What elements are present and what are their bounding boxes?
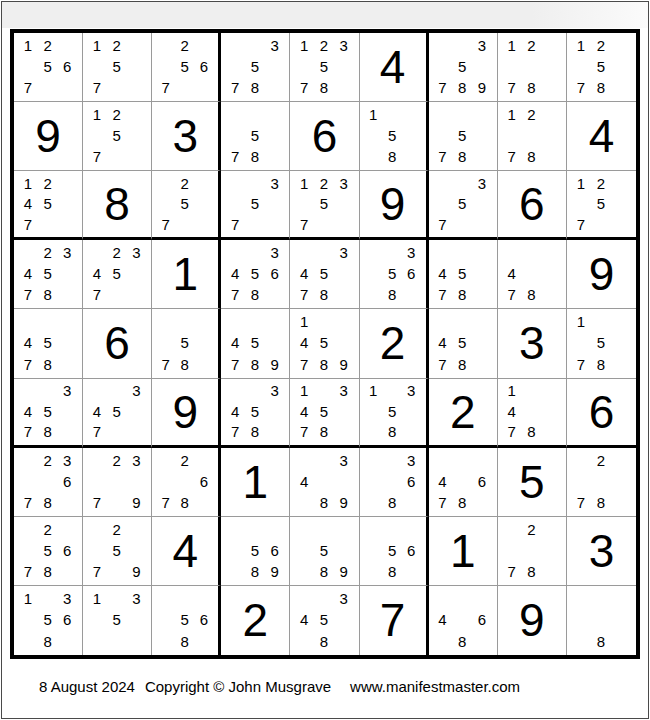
cell-r4c8[interactable]: 478 xyxy=(498,240,567,309)
candidate-5: 5 xyxy=(245,125,265,146)
pencil-marks: 8 xyxy=(567,586,636,655)
cell-r7c9[interactable]: 278 xyxy=(567,448,636,517)
candidate-7: 7 xyxy=(87,492,107,513)
candidate-5: 5 xyxy=(383,263,402,284)
solved-digit: 5 xyxy=(519,459,545,505)
candidate-5: 5 xyxy=(107,56,127,77)
cell-r3c2[interactable]: 8 xyxy=(83,171,152,240)
candidate-5: 5 xyxy=(383,125,402,146)
candidate-7: 7 xyxy=(225,77,245,98)
cell-r2c6[interactable]: 158 xyxy=(360,102,429,171)
candidate-1: 1 xyxy=(18,35,38,56)
candidate-8: 8 xyxy=(452,354,472,375)
pencil-marks: 578 xyxy=(152,309,218,377)
candidate-3: 3 xyxy=(472,35,492,56)
candidate-5: 5 xyxy=(107,540,127,561)
candidate-5: 5 xyxy=(245,401,265,421)
candidate-3: 3 xyxy=(127,381,147,401)
candidate-1: 1 xyxy=(571,311,591,332)
candidate-8: 8 xyxy=(521,284,541,305)
candidate-7: 7 xyxy=(294,77,314,98)
candidate-2: 2 xyxy=(591,35,611,56)
candidate-4: 4 xyxy=(87,401,107,421)
candidate-2: 2 xyxy=(175,450,194,471)
cell-r1c2[interactable]: 1257 xyxy=(83,33,152,102)
solved-digit: 1 xyxy=(172,251,198,297)
candidate-8: 8 xyxy=(383,284,402,305)
candidate-3: 3 xyxy=(402,450,421,471)
pencil-marks: 123578 xyxy=(290,33,358,101)
candidate-7: 7 xyxy=(18,214,38,234)
candidate-8: 8 xyxy=(245,561,265,582)
pencil-marks: 1278 xyxy=(498,102,566,170)
cell-r7c3[interactable]: 2678 xyxy=(152,448,221,517)
pencil-marks: 5689 xyxy=(221,517,289,585)
cell-r2c4[interactable]: 578 xyxy=(221,102,290,171)
cell-r1c1[interactable]: 12567 xyxy=(14,33,83,102)
candidate-3: 3 xyxy=(334,381,354,401)
candidate-5: 5 xyxy=(107,125,127,146)
pencil-marks: 1478 xyxy=(498,379,566,445)
candidate-7: 7 xyxy=(18,354,38,375)
candidate-6: 6 xyxy=(265,263,285,284)
candidate-3: 3 xyxy=(127,450,147,471)
candidate-6: 6 xyxy=(472,609,492,630)
footer: 8 August 2024 Copyright © John Musgrave … xyxy=(39,678,520,695)
cell-r2c7[interactable]: 578 xyxy=(429,102,498,171)
solved-digit: 9 xyxy=(380,181,406,227)
candidate-3: 3 xyxy=(334,588,354,609)
candidate-7: 7 xyxy=(571,77,591,98)
candidate-8: 8 xyxy=(383,492,402,513)
candidate-5: 5 xyxy=(452,332,472,353)
cell-r8c5[interactable]: 589 xyxy=(290,517,359,586)
cell-r9c3[interactable]: 568 xyxy=(152,586,221,655)
candidate-6: 6 xyxy=(194,56,213,77)
candidate-5: 5 xyxy=(175,332,194,353)
candidate-6: 6 xyxy=(265,540,285,561)
solved-digit: 8 xyxy=(104,181,130,227)
candidate-3: 3 xyxy=(265,35,285,56)
candidate-2: 2 xyxy=(314,35,334,56)
solved-digit: 3 xyxy=(172,113,198,159)
cell-r6c7[interactable]: 2 xyxy=(429,379,498,448)
cell-r2c5[interactable]: 6 xyxy=(290,102,359,171)
footer-date: 8 August 2024 xyxy=(39,678,135,695)
solved-digit: 9 xyxy=(172,389,198,435)
candidate-7: 7 xyxy=(571,354,591,375)
candidate-2: 2 xyxy=(175,173,194,193)
candidate-4: 4 xyxy=(294,609,314,630)
cell-r5c2[interactable]: 6 xyxy=(83,309,152,378)
cell-r1c7[interactable]: 35789 xyxy=(429,33,498,102)
candidate-2: 2 xyxy=(38,450,58,471)
cell-r4c1[interactable]: 234578 xyxy=(14,240,83,309)
candidate-1: 1 xyxy=(87,104,107,125)
candidate-5: 5 xyxy=(175,609,194,630)
candidate-4: 4 xyxy=(294,471,314,492)
candidate-7: 7 xyxy=(156,214,175,234)
candidate-4: 4 xyxy=(294,263,314,284)
cell-r5c1[interactable]: 4578 xyxy=(14,309,83,378)
candidate-7: 7 xyxy=(18,77,38,98)
candidate-7: 7 xyxy=(502,421,522,441)
candidate-1: 1 xyxy=(502,35,522,56)
cell-r8c3[interactable]: 4 xyxy=(152,517,221,586)
candidate-1: 1 xyxy=(294,35,314,56)
candidate-8: 8 xyxy=(314,354,334,375)
cell-r7c6[interactable]: 368 xyxy=(360,448,429,517)
pencil-marks: 2379 xyxy=(83,448,151,516)
candidate-4: 4 xyxy=(18,263,38,284)
candidate-7: 7 xyxy=(225,284,245,305)
sudoku-board: 1256712572567357812357843578912781257891… xyxy=(10,29,640,659)
cell-r4c9[interactable]: 9 xyxy=(567,240,636,309)
cell-r6c2[interactable]: 3457 xyxy=(83,379,152,448)
pencil-marks: 468 xyxy=(429,586,497,655)
candidate-2: 2 xyxy=(107,450,127,471)
pencil-marks: 357 xyxy=(429,171,497,237)
cell-r9c2[interactable]: 135 xyxy=(83,586,152,655)
candidate-5: 5 xyxy=(245,56,265,77)
candidate-8: 8 xyxy=(383,421,402,441)
candidate-7: 7 xyxy=(18,561,38,582)
cell-r1c4[interactable]: 3578 xyxy=(221,33,290,102)
cell-r9c7[interactable]: 468 xyxy=(429,586,498,655)
candidate-2: 2 xyxy=(521,35,541,56)
candidate-1: 1 xyxy=(294,173,314,193)
cell-r6c4[interactable]: 34578 xyxy=(221,379,290,448)
cell-r3c1[interactable]: 12457 xyxy=(14,171,83,240)
candidate-8: 8 xyxy=(314,631,334,652)
cell-r1c6[interactable]: 4 xyxy=(360,33,429,102)
candidate-3: 3 xyxy=(127,588,147,609)
candidate-9: 9 xyxy=(334,354,354,375)
cell-r8c8[interactable]: 278 xyxy=(498,517,567,586)
pencil-marks: 589 xyxy=(290,517,358,585)
cell-r4c3[interactable]: 1 xyxy=(152,240,221,309)
candidate-7: 7 xyxy=(156,492,175,513)
candidate-8: 8 xyxy=(452,631,472,652)
candidate-7: 7 xyxy=(502,561,522,582)
pencil-marks: 278 xyxy=(498,517,566,585)
cell-r8c6[interactable]: 568 xyxy=(360,517,429,586)
solved-digit: 7 xyxy=(380,597,406,643)
pencil-marks: 134578 xyxy=(290,379,358,445)
candidate-7: 7 xyxy=(225,146,245,167)
candidate-6: 6 xyxy=(194,609,213,630)
solved-digit: 9 xyxy=(35,113,61,159)
candidate-8: 8 xyxy=(38,631,58,652)
solved-digit: 1 xyxy=(243,459,269,505)
candidate-5: 5 xyxy=(38,332,58,353)
candidate-4: 4 xyxy=(225,401,245,421)
candidate-3: 3 xyxy=(472,173,492,193)
pencil-marks: 3489 xyxy=(290,448,358,516)
candidate-5: 5 xyxy=(107,263,127,284)
cell-r3c8[interactable]: 6 xyxy=(498,171,567,240)
candidate-5: 5 xyxy=(38,401,58,421)
candidate-9: 9 xyxy=(472,77,492,98)
cell-r2c1[interactable]: 9 xyxy=(14,102,83,171)
solved-digit: 4 xyxy=(589,113,615,159)
candidate-1: 1 xyxy=(294,311,314,332)
candidate-5: 5 xyxy=(245,263,265,284)
candidate-7: 7 xyxy=(225,214,245,234)
candidate-5: 5 xyxy=(591,56,611,77)
cell-r5c6[interactable]: 2 xyxy=(360,309,429,378)
cell-r5c5[interactable]: 145789 xyxy=(290,309,359,378)
pencil-marks: 2579 xyxy=(83,517,151,585)
candidate-1: 1 xyxy=(571,35,591,56)
candidate-8: 8 xyxy=(245,77,265,98)
candidate-6: 6 xyxy=(57,56,77,77)
cell-r9c5[interactable]: 3458 xyxy=(290,586,359,655)
pencil-marks: 25678 xyxy=(14,517,82,585)
candidate-7: 7 xyxy=(294,284,314,305)
candidate-1: 1 xyxy=(364,381,383,401)
candidate-5: 5 xyxy=(452,125,472,146)
candidate-8: 8 xyxy=(314,77,334,98)
candidate-6: 6 xyxy=(402,471,421,492)
cell-r6c8[interactable]: 1478 xyxy=(498,379,567,448)
pencil-marks: 568 xyxy=(152,586,218,655)
cell-r2c9[interactable]: 4 xyxy=(567,102,636,171)
cell-r8c7[interactable]: 1 xyxy=(429,517,498,586)
cell-r1c9[interactable]: 12578 xyxy=(567,33,636,102)
cell-r3c3[interactable]: 257 xyxy=(152,171,221,240)
cell-r1c3[interactable]: 2567 xyxy=(152,33,221,102)
candidate-5: 5 xyxy=(38,263,58,284)
pencil-marks: 34578 xyxy=(221,379,289,445)
candidate-4: 4 xyxy=(294,332,314,353)
candidate-5: 5 xyxy=(245,540,265,561)
candidate-2: 2 xyxy=(314,173,334,193)
cell-r7c8[interactable]: 5 xyxy=(498,448,567,517)
candidate-7: 7 xyxy=(502,77,522,98)
candidate-4: 4 xyxy=(433,471,453,492)
candidate-3: 3 xyxy=(265,242,285,263)
candidate-7: 7 xyxy=(18,492,38,513)
candidate-2: 2 xyxy=(38,35,58,56)
candidate-8: 8 xyxy=(521,561,541,582)
cell-r6c3[interactable]: 9 xyxy=(152,379,221,448)
candidate-5: 5 xyxy=(314,540,334,561)
cell-r5c3[interactable]: 578 xyxy=(152,309,221,378)
candidate-3: 3 xyxy=(57,381,77,401)
candidate-5: 5 xyxy=(245,194,265,214)
candidate-3: 3 xyxy=(334,450,354,471)
pencil-marks: 578 xyxy=(429,102,497,170)
puzzle-page: 1256712572567357812357843578912781257891… xyxy=(1,1,649,719)
candidate-8: 8 xyxy=(245,284,265,305)
candidate-8: 8 xyxy=(314,421,334,441)
candidate-2: 2 xyxy=(591,450,611,471)
candidate-1: 1 xyxy=(87,35,107,56)
cell-r9c1[interactable]: 13568 xyxy=(14,586,83,655)
candidate-4: 4 xyxy=(225,332,245,353)
candidate-5: 5 xyxy=(452,263,472,284)
cell-r2c8[interactable]: 1278 xyxy=(498,102,567,171)
candidate-9: 9 xyxy=(334,561,354,582)
pencil-marks: 278 xyxy=(567,448,636,516)
candidate-2: 2 xyxy=(591,173,611,193)
cell-r9c8[interactable]: 9 xyxy=(498,586,567,655)
pencil-marks: 23678 xyxy=(14,448,82,516)
candidate-8: 8 xyxy=(452,492,472,513)
candidate-6: 6 xyxy=(57,471,77,492)
candidate-8: 8 xyxy=(383,561,402,582)
candidate-8: 8 xyxy=(452,146,472,167)
candidate-5: 5 xyxy=(383,540,402,561)
cell-r9c9[interactable]: 8 xyxy=(567,586,636,655)
pencil-marks: 13568 xyxy=(14,586,82,655)
cell-r5c8[interactable]: 3 xyxy=(498,309,567,378)
candidate-1: 1 xyxy=(502,104,522,125)
candidate-4: 4 xyxy=(18,332,38,353)
candidate-8: 8 xyxy=(175,354,194,375)
pencil-marks: 1578 xyxy=(567,309,636,377)
solved-digit: 2 xyxy=(243,597,269,643)
cell-r4c5[interactable]: 34578 xyxy=(290,240,359,309)
candidate-2: 2 xyxy=(38,519,58,540)
candidate-2: 2 xyxy=(38,173,58,193)
cell-r8c4[interactable]: 5689 xyxy=(221,517,290,586)
pencil-marks: 2678 xyxy=(152,448,218,516)
pencil-marks: 12578 xyxy=(567,33,636,101)
candidate-7: 7 xyxy=(294,354,314,375)
cell-r4c7[interactable]: 4578 xyxy=(429,240,498,309)
candidate-5: 5 xyxy=(245,332,265,353)
cell-r4c2[interactable]: 23457 xyxy=(83,240,152,309)
candidate-9: 9 xyxy=(334,492,354,513)
candidate-4: 4 xyxy=(502,263,522,284)
candidate-4: 4 xyxy=(225,263,245,284)
cell-r3c4[interactable]: 357 xyxy=(221,171,290,240)
candidate-8: 8 xyxy=(38,354,58,375)
candidate-7: 7 xyxy=(225,421,245,441)
cell-r7c1[interactable]: 23678 xyxy=(14,448,83,517)
candidate-9: 9 xyxy=(265,354,285,375)
candidate-3: 3 xyxy=(265,381,285,401)
candidate-1: 1 xyxy=(571,173,591,193)
cell-r3c6[interactable]: 9 xyxy=(360,171,429,240)
cell-r7c2[interactable]: 2379 xyxy=(83,448,152,517)
candidate-3: 3 xyxy=(265,173,285,193)
pencil-marks: 12567 xyxy=(14,33,82,101)
cell-r8c9[interactable]: 3 xyxy=(567,517,636,586)
candidate-8: 8 xyxy=(521,421,541,441)
candidate-7: 7 xyxy=(433,214,453,234)
pencil-marks: 1257 xyxy=(83,102,151,170)
candidate-4: 4 xyxy=(18,194,38,214)
candidate-8: 8 xyxy=(245,421,265,441)
cell-r5c9[interactable]: 1578 xyxy=(567,309,636,378)
pencil-marks: 568 xyxy=(360,517,426,585)
cell-r5c7[interactable]: 4578 xyxy=(429,309,498,378)
pencil-marks: 145789 xyxy=(290,309,358,377)
cell-r3c5[interactable]: 12357 xyxy=(290,171,359,240)
cell-r3c7[interactable]: 357 xyxy=(429,171,498,240)
candidate-6: 6 xyxy=(57,609,77,630)
candidate-6: 6 xyxy=(194,471,213,492)
pencil-marks: 4678 xyxy=(429,448,497,516)
candidate-8: 8 xyxy=(591,77,611,98)
cell-r5c4[interactable]: 45789 xyxy=(221,309,290,378)
candidate-5: 5 xyxy=(452,56,472,77)
solved-digit: 2 xyxy=(450,389,476,435)
cell-r3c9[interactable]: 1257 xyxy=(567,171,636,240)
cell-r6c1[interactable]: 34578 xyxy=(14,379,83,448)
cell-r4c4[interactable]: 345678 xyxy=(221,240,290,309)
solved-digit: 4 xyxy=(380,44,406,90)
pencil-marks: 357 xyxy=(221,171,289,237)
candidate-7: 7 xyxy=(571,492,591,513)
candidate-1: 1 xyxy=(502,381,522,401)
pencil-marks: 45789 xyxy=(221,309,289,377)
header-strip xyxy=(2,2,648,28)
candidate-5: 5 xyxy=(314,609,334,630)
candidate-3: 3 xyxy=(402,381,421,401)
candidate-5: 5 xyxy=(452,194,472,214)
cell-r9c6[interactable]: 7 xyxy=(360,586,429,655)
pencil-marks: 34578 xyxy=(14,379,82,445)
cell-r8c2[interactable]: 2579 xyxy=(83,517,152,586)
candidate-2: 2 xyxy=(107,104,127,125)
cell-r7c4[interactable]: 1 xyxy=(221,448,290,517)
candidate-9: 9 xyxy=(265,561,285,582)
candidate-7: 7 xyxy=(156,354,175,375)
candidate-8: 8 xyxy=(383,146,402,167)
pencil-marks: 35789 xyxy=(429,33,497,101)
solved-digit: 1 xyxy=(450,528,476,574)
cell-r1c5[interactable]: 123578 xyxy=(290,33,359,102)
cell-r7c7[interactable]: 4678 xyxy=(429,448,498,517)
pencil-marks: 1257 xyxy=(567,171,636,237)
pencil-marks: 4578 xyxy=(14,309,82,377)
cell-r2c2[interactable]: 1257 xyxy=(83,102,152,171)
candidate-7: 7 xyxy=(87,146,107,167)
cell-r7c5[interactable]: 3489 xyxy=(290,448,359,517)
candidate-4: 4 xyxy=(433,263,453,284)
candidate-5: 5 xyxy=(38,540,58,561)
candidate-5: 5 xyxy=(383,401,402,421)
pencil-marks: 12457 xyxy=(14,171,82,237)
cell-r4c6[interactable]: 3568 xyxy=(360,240,429,309)
cell-r8c1[interactable]: 25678 xyxy=(14,517,83,586)
candidate-6: 6 xyxy=(402,263,421,284)
cell-r6c9[interactable]: 6 xyxy=(567,379,636,448)
candidate-4: 4 xyxy=(433,609,453,630)
candidate-7: 7 xyxy=(87,284,107,305)
cell-r2c3[interactable]: 3 xyxy=(152,102,221,171)
candidate-5: 5 xyxy=(38,609,58,630)
pencil-marks: 345678 xyxy=(221,240,289,308)
cell-r1c8[interactable]: 1278 xyxy=(498,33,567,102)
pencil-marks: 12357 xyxy=(290,171,358,237)
candidate-8: 8 xyxy=(591,492,611,513)
candidate-7: 7 xyxy=(502,146,522,167)
candidate-5: 5 xyxy=(591,194,611,214)
cell-r6c6[interactable]: 1358 xyxy=(360,379,429,448)
candidate-1: 1 xyxy=(18,173,38,193)
solved-digit: 6 xyxy=(312,113,338,159)
cell-r6c5[interactable]: 134578 xyxy=(290,379,359,448)
cell-r9c4[interactable]: 2 xyxy=(221,586,290,655)
candidate-2: 2 xyxy=(107,35,127,56)
pencil-marks: 257 xyxy=(152,171,218,237)
candidate-8: 8 xyxy=(521,146,541,167)
